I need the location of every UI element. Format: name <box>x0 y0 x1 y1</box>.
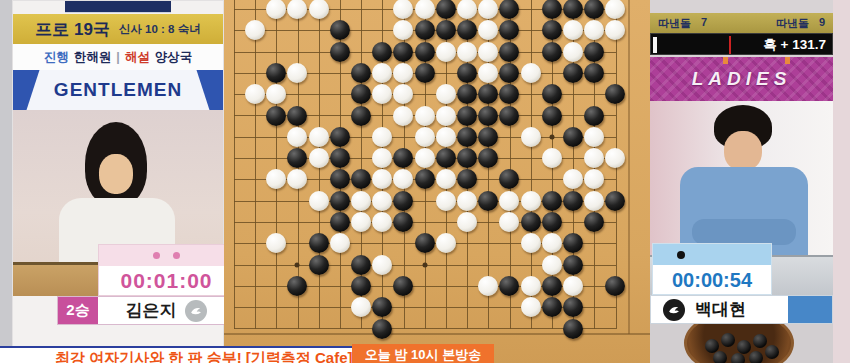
white-stone <box>584 191 604 211</box>
black-stone <box>521 212 541 232</box>
black-stone <box>478 191 498 211</box>
black-stone <box>415 20 435 40</box>
black-stone <box>563 191 583 211</box>
black-stone <box>351 255 371 275</box>
black-stone <box>499 0 519 19</box>
black-stone <box>393 212 413 232</box>
white-stone <box>351 212 371 232</box>
left-player-face <box>99 154 133 194</box>
black-stone <box>542 106 562 126</box>
white-stone <box>563 276 583 296</box>
score-bar-midline <box>729 36 731 54</box>
white-stone <box>521 297 541 317</box>
captures-right-label: 따낸돌 <box>776 16 809 31</box>
black-stone <box>563 0 583 19</box>
white-stone <box>245 20 265 40</box>
black-stone <box>542 297 562 317</box>
white-stone <box>521 276 541 296</box>
black-stone <box>457 84 477 104</box>
white-stone <box>309 0 329 19</box>
clock-dot-icon <box>153 252 160 259</box>
white-stone <box>605 20 625 40</box>
black-stone <box>499 20 519 40</box>
black-stone <box>478 127 498 147</box>
white-stone <box>436 84 456 104</box>
white-stone <box>457 191 477 211</box>
white-stone <box>478 20 498 40</box>
white-stone <box>372 84 392 104</box>
black-stone <box>542 84 562 104</box>
white-stone <box>351 297 371 317</box>
black-stone <box>605 191 625 211</box>
white-stone <box>393 169 413 189</box>
gentlemen-banner: GENTLEMEN <box>13 70 223 110</box>
black-stone <box>415 42 435 62</box>
black-stone <box>393 191 413 211</box>
white-stone <box>266 233 286 253</box>
dove-logo-icon <box>185 300 207 322</box>
black-stone <box>563 127 583 147</box>
left-clock-time: 00:01:00 <box>99 266 234 296</box>
left-player-name: 김은지 <box>126 299 177 322</box>
white-stone <box>287 169 307 189</box>
black-stone <box>436 148 456 168</box>
match-title-bar: 프로 19국 신사 10 : 8 숙녀 <box>13 14 223 44</box>
white-stone <box>393 84 413 104</box>
black-stone <box>457 106 477 126</box>
stone-bowl-zone <box>650 324 833 363</box>
black-stone <box>563 297 583 317</box>
star-point <box>549 134 554 139</box>
white-stone <box>478 42 498 62</box>
white-stone <box>436 127 456 147</box>
white-stone <box>245 84 265 104</box>
black-stone <box>415 233 435 253</box>
black-stone <box>584 106 604 126</box>
black-stone <box>499 63 519 83</box>
white-stone <box>287 63 307 83</box>
white-stone <box>372 255 392 275</box>
black-stone <box>330 148 350 168</box>
mc-label: 진행 <box>44 49 69 66</box>
left-clock-indicator <box>99 245 234 266</box>
white-stone <box>415 0 435 19</box>
black-stone <box>542 42 562 62</box>
black-stone <box>372 297 392 317</box>
ticker-badge-text: 오늘 밤 10시 본방송 <box>365 346 481 363</box>
white-stone <box>478 276 498 296</box>
black-stone <box>351 84 371 104</box>
black-stone <box>605 276 625 296</box>
ladies-banner-text: LADIES <box>692 68 792 90</box>
white-stone <box>309 191 329 211</box>
white-stone <box>287 127 307 147</box>
captures-left-count: 7 <box>701 16 707 31</box>
commentator-name: 양상국 <box>155 49 193 66</box>
score-estimate-bar: 흑 + 131.7 <box>650 33 833 55</box>
black-stone <box>457 127 477 147</box>
white-stone <box>521 63 541 83</box>
captures-right-count: 9 <box>819 16 825 31</box>
black-stone <box>436 0 456 19</box>
black-stone <box>330 191 350 211</box>
black-stone <box>330 20 350 40</box>
black-stone <box>330 127 350 147</box>
white-stone <box>436 42 456 62</box>
white-stone <box>372 191 392 211</box>
banner-ribbon-right <box>197 70 223 110</box>
white-stone <box>309 127 329 147</box>
black-stone <box>584 42 604 62</box>
right-clock-indicator <box>653 244 771 265</box>
white-stone <box>436 191 456 211</box>
left-name-bar: 2승 김은지 <box>57 296 235 325</box>
black-stone <box>415 169 435 189</box>
white-stone <box>415 127 435 147</box>
black-stone <box>478 148 498 168</box>
white-stone <box>436 169 456 189</box>
banner-ribbon-left <box>13 70 39 110</box>
black-stone <box>584 63 604 83</box>
right-player-face <box>724 131 762 171</box>
black-stone <box>266 106 286 126</box>
white-stone <box>478 63 498 83</box>
black-stone <box>330 212 350 232</box>
black-stone <box>351 169 371 189</box>
white-stone <box>584 127 604 147</box>
banner-tick-icon <box>785 57 790 64</box>
black-stone <box>499 276 519 296</box>
black-stone <box>309 255 329 275</box>
white-stone <box>287 0 307 19</box>
black-stone <box>499 42 519 62</box>
captures-left-label: 따낸돌 <box>658 16 691 31</box>
black-stone <box>563 255 583 275</box>
white-stone <box>372 212 392 232</box>
black-stone <box>372 319 392 339</box>
white-stone <box>584 169 604 189</box>
white-stone <box>521 191 541 211</box>
clock-dot-icon <box>677 251 685 259</box>
black-stone <box>457 20 477 40</box>
white-stone <box>457 212 477 232</box>
white-stone <box>542 148 562 168</box>
left-player-record: 2승 <box>58 297 98 324</box>
right-player-name: 백대현 <box>695 298 746 321</box>
black-stone <box>478 84 498 104</box>
black-stone <box>330 169 350 189</box>
white-stone <box>266 0 286 19</box>
right-name-bar-accent <box>788 296 832 323</box>
staff-bar: 진행 한해원 | 해설 양상국 <box>13 44 223 70</box>
white-stone <box>563 42 583 62</box>
ticker-badge: 오늘 밤 10시 본방송 <box>352 344 494 363</box>
series-score: 신사 10 : 8 숙녀 <box>119 22 201 37</box>
black-stone <box>457 169 477 189</box>
ladies-banner: LADIES <box>650 57 833 101</box>
white-stone <box>521 233 541 253</box>
white-stone <box>436 106 456 126</box>
white-stone <box>393 106 413 126</box>
black-stone <box>393 276 413 296</box>
white-stone <box>584 148 604 168</box>
black-stone <box>542 0 562 19</box>
black-stone <box>393 42 413 62</box>
black-stone <box>563 233 583 253</box>
white-stone <box>563 169 583 189</box>
right-player-panel: 따낸돌 7 따낸돌 9 흑 + 131.7 LADIES <box>650 0 833 363</box>
black-stone <box>457 63 477 83</box>
white-stone <box>584 20 604 40</box>
left-clock: 00:01:00 <box>98 244 235 296</box>
black-stone <box>542 212 562 232</box>
white-stone <box>605 148 625 168</box>
white-stone <box>372 127 392 147</box>
left-player-panel: 프로 19국 신사 10 : 8 숙녀 진행 한해원 | 해설 양상국 GENT… <box>12 0 224 347</box>
black-stone <box>457 148 477 168</box>
white-stone <box>393 20 413 40</box>
white-territory-mark <box>653 37 657 53</box>
black-stone <box>287 276 307 296</box>
right-clock: 00:00:54 <box>652 243 772 295</box>
black-stone <box>415 63 435 83</box>
black-stone <box>393 148 413 168</box>
mc-name: 한해원 <box>74 49 112 66</box>
white-stone <box>542 255 562 275</box>
white-stone <box>542 233 562 253</box>
white-stone <box>351 191 371 211</box>
white-stone <box>415 148 435 168</box>
left-panel-top-banner <box>65 1 171 13</box>
white-stone <box>499 212 519 232</box>
white-stone <box>266 84 286 104</box>
black-stone <box>499 84 519 104</box>
white-stone <box>521 127 541 147</box>
white-stone <box>330 233 350 253</box>
black-stone <box>287 148 307 168</box>
ticker-message: 최강 여자기사와 한 판 승부! [기력측정 Cafe] <box>55 349 353 363</box>
banner-tick-icon <box>723 57 728 64</box>
board-right-edge <box>628 0 630 334</box>
black-stone <box>542 191 562 211</box>
black-stone <box>266 63 286 83</box>
black-stone <box>330 42 350 62</box>
dove-logo-icon <box>663 299 685 321</box>
black-stone <box>499 169 519 189</box>
board-bottom-edge <box>224 333 650 335</box>
broadcast-frame: 프로 19국 신사 10 : 8 숙녀 진행 한해원 | 해설 양상국 GENT… <box>0 0 850 363</box>
black-stone <box>499 106 519 126</box>
white-stone <box>266 169 286 189</box>
black-stone <box>436 20 456 40</box>
white-stone <box>309 148 329 168</box>
white-stone <box>372 63 392 83</box>
black-stone <box>309 233 329 253</box>
go-board[interactable] <box>224 0 650 363</box>
right-edge-strip <box>833 0 850 363</box>
black-stone <box>351 106 371 126</box>
black-stone <box>351 63 371 83</box>
black-stone <box>542 20 562 40</box>
right-player-arms <box>692 219 796 245</box>
white-stone <box>457 42 477 62</box>
white-stone <box>372 169 392 189</box>
white-stone <box>393 0 413 19</box>
white-stone <box>605 0 625 19</box>
staff-divider: | <box>116 50 120 64</box>
black-stone <box>605 84 625 104</box>
clock-dot-icon <box>173 252 180 259</box>
black-stone <box>372 42 392 62</box>
black-stone <box>478 106 498 126</box>
black-stone <box>542 276 562 296</box>
left-player-name-box: 김은지 <box>98 297 234 324</box>
star-point <box>295 262 300 267</box>
white-stone <box>563 20 583 40</box>
black-stone-bowl <box>684 324 794 363</box>
white-stone <box>436 233 456 253</box>
commentator-label: 해설 <box>125 49 150 66</box>
black-stone <box>287 106 307 126</box>
white-stone <box>478 0 498 19</box>
black-stone <box>584 0 604 19</box>
star-point <box>422 262 427 267</box>
gentlemen-banner-text: GENTLEMEN <box>54 79 182 101</box>
white-stone <box>393 63 413 83</box>
black-stone <box>351 276 371 296</box>
captured-stones-bar: 따낸돌 7 따낸돌 9 <box>650 13 833 33</box>
right-player-name-box: 백대현 <box>651 296 788 323</box>
match-title: 프로 19국 <box>35 18 110 41</box>
right-name-bar: 백대현 <box>650 295 833 324</box>
white-stone <box>457 0 477 19</box>
white-stone <box>415 106 435 126</box>
score-estimate: 흑 + 131.7 <box>763 34 826 56</box>
black-stone <box>563 63 583 83</box>
right-clock-time: 00:00:54 <box>653 265 771 295</box>
black-stone <box>563 319 583 339</box>
white-stone <box>372 148 392 168</box>
white-stone <box>499 191 519 211</box>
black-stone <box>584 212 604 232</box>
